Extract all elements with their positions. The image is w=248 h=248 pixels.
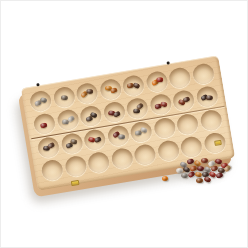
pit-bowl: [87, 151, 111, 174]
loose-gemstone-bead: [196, 178, 203, 183]
pit-bowl: [199, 108, 223, 131]
pit-bowl: [176, 112, 200, 135]
lone-orange-bead: [162, 176, 168, 181]
product-photo-scene: [0, 0, 248, 248]
gemstone-bead: [206, 95, 213, 100]
pit-bowl: [153, 116, 177, 139]
pit-bowl: [110, 147, 134, 170]
pit-bowl: [191, 62, 215, 85]
loose-gemstone-bead: [201, 158, 208, 163]
pit-bowl: [64, 155, 88, 178]
pit-bowl: [180, 135, 204, 158]
pit-bowl: [168, 66, 192, 89]
pit-bowl: [133, 143, 157, 166]
pit-bowl: [41, 159, 65, 182]
